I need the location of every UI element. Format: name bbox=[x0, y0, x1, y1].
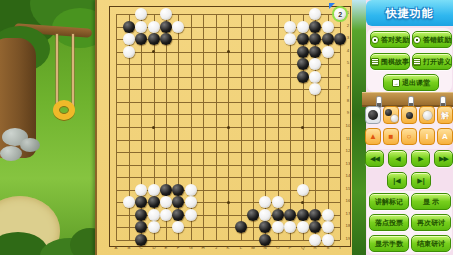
row-label: 18 bbox=[344, 224, 351, 228]
action-buttons-card: 讲解标记 显 示 落点投票 再次研讨 显示手数 结束研讨 bbox=[367, 191, 452, 254]
to-end-button[interactable]: ▶| bbox=[411, 172, 431, 189]
column-label: Q bbox=[299, 246, 306, 250]
row-label: 11 bbox=[344, 136, 351, 140]
row-label: 17 bbox=[344, 212, 351, 216]
marker-triangle[interactable]: ▲ bbox=[365, 128, 381, 145]
column-label: J bbox=[212, 246, 219, 250]
column-label: O bbox=[274, 246, 281, 250]
go-board[interactable]: A1B2C3D4E5F6G7H8J9K10L11M12N13O14P15Q16R… bbox=[95, 0, 354, 255]
board-icon bbox=[371, 58, 379, 66]
star-point bbox=[152, 126, 155, 129]
row-label: 9 bbox=[344, 111, 351, 115]
stone-B3 bbox=[123, 33, 135, 45]
stone-C15 bbox=[135, 184, 147, 196]
stone-B16 bbox=[123, 196, 135, 208]
stone-D16 bbox=[148, 196, 160, 208]
stone-Q4 bbox=[297, 46, 309, 58]
star-point bbox=[227, 126, 230, 129]
column-label: R bbox=[312, 246, 319, 250]
row-label: 7 bbox=[344, 86, 351, 90]
grid-line bbox=[340, 14, 341, 240]
stone-P2 bbox=[284, 21, 296, 33]
stone-B4 bbox=[123, 46, 135, 58]
stone-S17 bbox=[322, 209, 334, 221]
marker-letter-i[interactable]: I bbox=[419, 128, 435, 145]
rewind-button[interactable]: ◀◀ bbox=[365, 150, 384, 167]
column-label: N bbox=[262, 246, 269, 250]
grid-line bbox=[116, 177, 340, 178]
stone-R4 bbox=[309, 46, 321, 58]
encourage-wrong-button[interactable]: 答错鼓励 bbox=[412, 31, 452, 48]
stone-Q6 bbox=[297, 71, 309, 83]
star-point bbox=[227, 50, 230, 53]
row-label: 8 bbox=[344, 99, 351, 103]
stone-O17 bbox=[272, 209, 284, 221]
column-label: E bbox=[162, 246, 169, 250]
exit-icon: → bbox=[392, 79, 400, 87]
stone-Q15 bbox=[297, 184, 309, 196]
column-label: D bbox=[150, 246, 157, 250]
stone-T1: 2 bbox=[334, 8, 346, 20]
stone-F2 bbox=[172, 21, 184, 33]
grid-line bbox=[116, 152, 340, 153]
row-label: 19 bbox=[344, 237, 351, 241]
reward-correct-button[interactable]: 答对奖励 bbox=[370, 31, 410, 48]
row-label: 12 bbox=[344, 149, 351, 153]
stone-Q2 bbox=[297, 21, 309, 33]
row-label: 16 bbox=[344, 199, 351, 203]
lecture-marks-button[interactable]: 讲解标记 bbox=[369, 193, 409, 210]
stone-L18 bbox=[235, 221, 247, 233]
rock bbox=[0, 146, 22, 161]
column-label: K bbox=[225, 246, 232, 250]
row-label: 14 bbox=[344, 174, 351, 178]
grid-line bbox=[241, 14, 242, 240]
row-label: 13 bbox=[344, 162, 351, 166]
row-label: 10 bbox=[344, 124, 351, 128]
grid-line bbox=[253, 14, 254, 240]
row-label: 2 bbox=[344, 23, 351, 27]
row-label: 6 bbox=[344, 74, 351, 78]
tool-place-white[interactable] bbox=[419, 106, 435, 124]
black-stone-icon bbox=[406, 112, 413, 119]
white-stone-icon bbox=[423, 111, 432, 120]
column-label: P bbox=[287, 246, 294, 250]
swing-rope bbox=[56, 34, 58, 106]
panel-title-bar: 快捷功能 bbox=[366, 0, 453, 26]
stone-C2 bbox=[135, 21, 147, 33]
column-label: F bbox=[175, 246, 182, 250]
to-start-button[interactable]: |◀ bbox=[387, 172, 407, 189]
row-label: 5 bbox=[344, 61, 351, 65]
column-label: T bbox=[336, 246, 343, 250]
stone-D17 bbox=[148, 209, 160, 221]
stone-D15 bbox=[148, 184, 160, 196]
stone-R2 bbox=[309, 21, 321, 33]
grid-line bbox=[290, 14, 291, 240]
stone-D18 bbox=[148, 221, 160, 233]
star-point bbox=[227, 201, 230, 204]
stone-E15 bbox=[160, 184, 172, 196]
quick-buttons-card: 答对奖励 答错鼓励 围棋故事 打开讲义 → 退出课堂 bbox=[367, 28, 452, 92]
show-button[interactable]: 显 示 bbox=[411, 193, 451, 210]
black-white-pair-icon bbox=[385, 109, 397, 121]
column-label: B bbox=[125, 246, 132, 250]
stone-R6 bbox=[309, 71, 321, 83]
show-move-numbers-button[interactable]: 显示手数 bbox=[369, 235, 409, 252]
column-label: L bbox=[237, 246, 244, 250]
row-label: 4 bbox=[344, 48, 351, 52]
stone-B2 bbox=[123, 21, 135, 33]
stone-G17 bbox=[185, 209, 197, 221]
tool-erase[interactable]: 解 bbox=[437, 106, 453, 124]
grid-line bbox=[116, 140, 340, 141]
stone-G15 bbox=[185, 184, 197, 196]
panel-title: 快捷功能 bbox=[386, 6, 434, 21]
stone-Q17 bbox=[297, 209, 309, 221]
swing-rope bbox=[72, 34, 74, 106]
stone-S4 bbox=[322, 46, 334, 58]
rock bbox=[20, 138, 40, 152]
document-icon bbox=[413, 58, 421, 66]
stone-E1 bbox=[160, 8, 172, 20]
stone-S3 bbox=[322, 33, 334, 45]
grid-line bbox=[116, 165, 340, 166]
swing-ring bbox=[53, 100, 75, 120]
black-stone-icon bbox=[368, 110, 378, 120]
column-label: S bbox=[324, 246, 331, 250]
column-label: M bbox=[249, 246, 256, 250]
last-move-flag-icon bbox=[329, 3, 335, 9]
marker-circle[interactable]: ○ bbox=[401, 128, 417, 145]
tool-place-black-large[interactable] bbox=[365, 106, 381, 124]
medal-icon bbox=[413, 36, 421, 44]
marker-letter-a[interactable]: A bbox=[437, 128, 453, 145]
column-label: H bbox=[200, 246, 207, 250]
row-label: 15 bbox=[344, 187, 351, 191]
column-label: G bbox=[187, 246, 194, 250]
stone-Q5 bbox=[297, 58, 309, 70]
grid-line bbox=[116, 240, 340, 241]
go-story-button[interactable]: 围棋故事 bbox=[370, 53, 410, 70]
fast-forward-button[interactable]: ▶▶ bbox=[434, 150, 453, 167]
stone-S2 bbox=[322, 21, 334, 33]
discuss-again-button[interactable]: 再次研讨 bbox=[411, 214, 451, 231]
end-discussion-button[interactable]: 结束研讨 bbox=[411, 235, 451, 252]
step-back-button[interactable]: ◀ bbox=[388, 150, 407, 167]
stone-C17 bbox=[135, 209, 147, 221]
marker-square[interactable]: ■ bbox=[383, 128, 399, 145]
medal-icon bbox=[371, 36, 379, 44]
star-point bbox=[301, 126, 304, 129]
column-label: C bbox=[138, 246, 145, 250]
stone-S19 bbox=[322, 234, 334, 246]
stone-E17 bbox=[160, 209, 172, 221]
exit-classroom-button[interactable]: → 退出课堂 bbox=[383, 74, 439, 91]
tool-place-black[interactable] bbox=[401, 106, 417, 124]
go-teaching-app: A1B2C3D4E5F6G7H8J9K10L11M12N13O14P15Q16R… bbox=[0, 0, 453, 255]
stone-M17 bbox=[247, 209, 259, 221]
stone-D3 bbox=[148, 33, 160, 45]
step-forward-button[interactable]: ▶ bbox=[411, 150, 430, 167]
stone-D2 bbox=[148, 21, 160, 33]
last-move-number: 2 bbox=[334, 8, 346, 20]
open-handout-button[interactable]: 打开讲义 bbox=[412, 53, 452, 70]
column-label: A bbox=[113, 246, 120, 250]
stone-Q3 bbox=[297, 33, 309, 45]
tool-place-pair[interactable] bbox=[383, 106, 399, 124]
background-scene bbox=[0, 0, 97, 255]
stone-E2 bbox=[160, 21, 172, 33]
control-panel: 快捷功能 答对奖励 答错鼓励 围棋故事 打开讲义 → 退出课堂 bbox=[366, 0, 453, 255]
move-vote-button[interactable]: 落点投票 bbox=[369, 214, 409, 231]
